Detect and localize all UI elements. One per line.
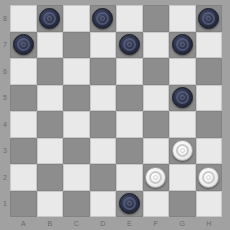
dark-checker-piece[interactable]: [172, 34, 193, 55]
square-e7[interactable]: [116, 32, 143, 59]
square-e5[interactable]: [116, 85, 143, 112]
rank-label-5: 5: [0, 85, 10, 112]
square-c8[interactable]: [63, 5, 90, 32]
square-e1[interactable]: [116, 191, 143, 218]
file-labels: ABCDEFGH: [10, 217, 222, 230]
square-f6[interactable]: [143, 58, 170, 85]
square-b5[interactable]: [37, 85, 64, 112]
square-f8[interactable]: [143, 5, 170, 32]
square-e2[interactable]: [116, 164, 143, 191]
white-checker-piece[interactable]: [198, 167, 219, 188]
dark-checker-piece[interactable]: [198, 8, 219, 29]
rank-label-8: 8: [0, 5, 10, 32]
square-f2[interactable]: [143, 164, 170, 191]
square-c7[interactable]: [63, 32, 90, 59]
square-a4[interactable]: [10, 111, 37, 138]
square-f1[interactable]: [143, 191, 170, 218]
square-h7[interactable]: [196, 32, 223, 59]
square-f7[interactable]: [143, 32, 170, 59]
square-g2[interactable]: [169, 164, 196, 191]
square-d6[interactable]: [90, 58, 117, 85]
rank-label-2: 2: [0, 164, 10, 191]
square-g6[interactable]: [169, 58, 196, 85]
square-h8[interactable]: [196, 5, 223, 32]
square-c3[interactable]: [63, 138, 90, 165]
square-e3[interactable]: [116, 138, 143, 165]
square-g8[interactable]: [169, 5, 196, 32]
square-b4[interactable]: [37, 111, 64, 138]
square-g7[interactable]: [169, 32, 196, 59]
square-h4[interactable]: [196, 111, 223, 138]
file-label-g: G: [169, 217, 196, 230]
square-b8[interactable]: [37, 5, 64, 32]
square-h3[interactable]: [196, 138, 223, 165]
square-e6[interactable]: [116, 58, 143, 85]
square-d3[interactable]: [90, 138, 117, 165]
square-g3[interactable]: [169, 138, 196, 165]
square-c5[interactable]: [63, 85, 90, 112]
white-checker-piece[interactable]: [172, 140, 193, 161]
square-c1[interactable]: [63, 191, 90, 218]
file-label-c: C: [63, 217, 90, 230]
dark-checker-piece[interactable]: [119, 34, 140, 55]
white-checker-piece[interactable]: [145, 167, 166, 188]
file-label-b: B: [37, 217, 64, 230]
rank-label-4: 4: [0, 111, 10, 138]
square-g1[interactable]: [169, 191, 196, 218]
square-b6[interactable]: [37, 58, 64, 85]
square-f5[interactable]: [143, 85, 170, 112]
square-b3[interactable]: [37, 138, 64, 165]
square-h1[interactable]: [196, 191, 223, 218]
square-b1[interactable]: [37, 191, 64, 218]
file-label-h: H: [196, 217, 223, 230]
square-c2[interactable]: [63, 164, 90, 191]
square-b2[interactable]: [37, 164, 64, 191]
dark-checker-piece[interactable]: [172, 87, 193, 108]
square-h6[interactable]: [196, 58, 223, 85]
square-e4[interactable]: [116, 111, 143, 138]
square-a2[interactable]: [10, 164, 37, 191]
square-f3[interactable]: [143, 138, 170, 165]
file-label-e: E: [116, 217, 143, 230]
square-d7[interactable]: [90, 32, 117, 59]
square-g4[interactable]: [169, 111, 196, 138]
square-g5[interactable]: [169, 85, 196, 112]
rank-label-6: 6: [0, 58, 10, 85]
square-d5[interactable]: [90, 85, 117, 112]
checkers-app: 87654321 ABCDEFGH: [0, 0, 230, 230]
square-a7[interactable]: [10, 32, 37, 59]
square-a1[interactable]: [10, 191, 37, 218]
rank-labels: 87654321: [0, 5, 10, 217]
file-label-a: A: [10, 217, 37, 230]
square-d1[interactable]: [90, 191, 117, 218]
checkers-board[interactable]: [10, 5, 222, 217]
square-c4[interactable]: [63, 111, 90, 138]
file-label-d: D: [90, 217, 117, 230]
square-a3[interactable]: [10, 138, 37, 165]
dark-checker-piece[interactable]: [39, 8, 60, 29]
square-b7[interactable]: [37, 32, 64, 59]
dark-checker-piece[interactable]: [119, 193, 140, 214]
rank-label-3: 3: [0, 138, 10, 165]
dark-checker-piece[interactable]: [92, 8, 113, 29]
square-h2[interactable]: [196, 164, 223, 191]
square-c6[interactable]: [63, 58, 90, 85]
square-h5[interactable]: [196, 85, 223, 112]
square-f4[interactable]: [143, 111, 170, 138]
file-label-f: F: [143, 217, 170, 230]
square-e8[interactable]: [116, 5, 143, 32]
square-a6[interactable]: [10, 58, 37, 85]
square-d8[interactable]: [90, 5, 117, 32]
square-a5[interactable]: [10, 85, 37, 112]
dark-checker-piece[interactable]: [13, 34, 34, 55]
rank-label-1: 1: [0, 191, 10, 218]
rank-label-7: 7: [0, 32, 10, 59]
square-d2[interactable]: [90, 164, 117, 191]
square-a8[interactable]: [10, 5, 37, 32]
square-d4[interactable]: [90, 111, 117, 138]
